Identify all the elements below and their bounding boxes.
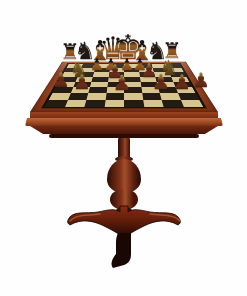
chess-piece-pawn-d5: ♟ bbox=[113, 73, 132, 94]
base-front-leg bbox=[112, 233, 131, 268]
table-underside-shadow bbox=[49, 134, 199, 138]
square-e5 bbox=[124, 77, 140, 82]
square-g3 bbox=[158, 87, 178, 93]
square-a3 bbox=[52, 87, 72, 93]
square-c8 bbox=[95, 64, 110, 68]
square-f5 bbox=[140, 77, 157, 82]
square-g6 bbox=[154, 72, 171, 77]
chess-piece-pawn-e7: ♟ bbox=[120, 57, 134, 73]
square-b8 bbox=[81, 64, 96, 68]
square-f3 bbox=[141, 87, 160, 93]
square-d2 bbox=[105, 93, 124, 100]
square-h8 bbox=[165, 64, 181, 68]
square-f4 bbox=[140, 82, 158, 87]
square-d4 bbox=[107, 82, 124, 87]
chess-piece-pawn-f7: ♟ bbox=[133, 57, 147, 73]
square-a5 bbox=[59, 77, 77, 82]
square-e2 bbox=[124, 93, 143, 100]
square-d6 bbox=[108, 72, 124, 77]
square-h7 bbox=[167, 68, 184, 72]
square-b7 bbox=[79, 68, 95, 72]
square-g8 bbox=[152, 64, 167, 68]
square-h2 bbox=[178, 93, 200, 100]
chessboard bbox=[45, 64, 204, 107]
square-a7 bbox=[64, 68, 81, 72]
chess-piece-knight-b6: ♞ bbox=[70, 60, 89, 81]
square-c5 bbox=[91, 77, 108, 82]
chess-table-photo: ♜♞♝♛♚♝♞♜♟♟♟♟♞♟♟♞♟♟♟♟♟♟ bbox=[0, 0, 247, 296]
square-e1 bbox=[124, 100, 144, 107]
square-d1 bbox=[104, 100, 124, 107]
square-a2 bbox=[49, 93, 71, 100]
square-b4 bbox=[73, 82, 92, 87]
square-e8 bbox=[124, 64, 138, 68]
square-d5 bbox=[108, 77, 124, 82]
square-e4 bbox=[124, 82, 141, 87]
square-a1 bbox=[45, 100, 68, 107]
chess-piece-pawn-c7: ♟ bbox=[90, 57, 104, 73]
chess-piece-pawn-g5: ♟ bbox=[173, 72, 191, 92]
chess-piece-bishop-f8: ♝ bbox=[130, 37, 154, 64]
chess-piece-pawn-d7: ♟ bbox=[104, 57, 118, 73]
square-a4 bbox=[56, 82, 75, 87]
square-d7 bbox=[109, 68, 124, 72]
square-d3 bbox=[106, 87, 124, 93]
base-cross-feet bbox=[68, 206, 181, 235]
square-c3 bbox=[88, 87, 107, 93]
square-e7 bbox=[124, 68, 139, 72]
square-b5 bbox=[75, 77, 93, 82]
chess-piece-knight-g6: ♞ bbox=[160, 58, 179, 79]
square-f2 bbox=[142, 93, 162, 100]
chess-piece-pawn-a5: ♟ bbox=[52, 70, 70, 90]
square-b6 bbox=[77, 72, 94, 77]
pedestal-baluster bbox=[107, 159, 141, 193]
square-g4 bbox=[157, 82, 176, 87]
chess-piece-knight-g8: ♞ bbox=[146, 39, 168, 63]
square-c2 bbox=[86, 93, 106, 100]
chess-piece-queen-d8: ♛ bbox=[99, 33, 127, 64]
square-h6 bbox=[169, 72, 186, 77]
table-edge-highlight-molding bbox=[25, 118, 223, 126]
square-h5 bbox=[171, 77, 189, 82]
square-a8 bbox=[67, 64, 83, 68]
square-f7 bbox=[138, 68, 154, 72]
square-g7 bbox=[153, 68, 169, 72]
square-d8 bbox=[110, 64, 124, 68]
pedestal-base bbox=[60, 204, 190, 274]
chess-piece-pawn-d6: ♟ bbox=[106, 62, 123, 81]
square-c1 bbox=[84, 100, 105, 107]
square-c6 bbox=[93, 72, 109, 77]
square-b3 bbox=[70, 87, 90, 93]
square-g5 bbox=[155, 77, 173, 82]
square-h4 bbox=[173, 82, 192, 87]
chess-piece-pawn-f6: ♟ bbox=[140, 61, 157, 80]
chess-piece-rook-h8: ♜ bbox=[162, 40, 182, 62]
chess-piece-pawn-h5: ♟ bbox=[192, 70, 210, 90]
square-e3 bbox=[124, 87, 142, 93]
chessboard-border-band bbox=[41, 63, 207, 108]
chess-piece-king-e8: ♚ bbox=[113, 30, 143, 64]
square-c7 bbox=[94, 68, 110, 72]
square-f1 bbox=[143, 100, 164, 107]
square-g1 bbox=[162, 100, 184, 107]
chess-piece-pawn-f5: ♟ bbox=[152, 72, 171, 93]
square-h1 bbox=[180, 100, 203, 107]
chess-piece-rook-a8: ♜ bbox=[60, 41, 80, 63]
square-g2 bbox=[160, 93, 181, 100]
square-b1 bbox=[64, 100, 86, 107]
square-h3 bbox=[175, 87, 195, 93]
chess-piece-bishop-c8: ♝ bbox=[88, 37, 112, 64]
chessboard-frame bbox=[30, 62, 218, 112]
square-a6 bbox=[62, 72, 79, 77]
square-f6 bbox=[139, 72, 155, 77]
board-sheen bbox=[31, 62, 216, 112]
table-edge-upper-molding bbox=[30, 112, 218, 118]
square-c4 bbox=[90, 82, 108, 87]
table-edge-lower-molding bbox=[30, 126, 218, 134]
square-f8 bbox=[138, 64, 153, 68]
square-e6 bbox=[124, 72, 140, 77]
chess-piece-pawn-b5: ♟ bbox=[73, 72, 91, 92]
chess-piece-knight-b8: ♞ bbox=[74, 39, 96, 63]
square-b2 bbox=[68, 93, 89, 100]
